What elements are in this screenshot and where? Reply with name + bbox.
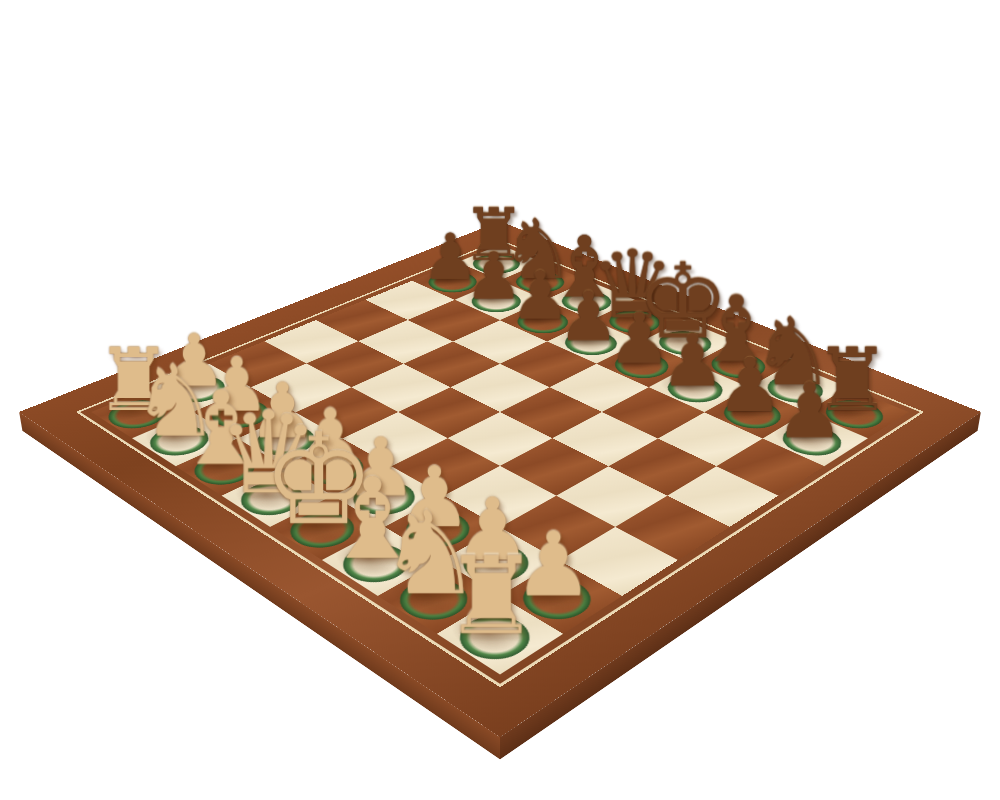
piece-black-pawn-h7: ♟	[732, 372, 887, 448]
photo-scene: ♜♞♝♛♚♝♞♜♟♟♟♟♟♟♟♟♟♟♟♟♟♟♟♟♜♞♝♛♚♝♞♜	[0, 0, 1000, 800]
maple-inlay-line: ♜♞♝♛♚♝♞♜♟♟♟♟♟♟♟♟♟♟♟♟♟♟♟♟♜♞♝♛♚♝♞♜	[76, 239, 925, 687]
piece-white-rook-h1: ♜	[398, 542, 585, 649]
cell-g5	[608, 438, 716, 495]
chess-board: ♜♞♝♛♚♝♞♜♟♟♟♟♟♟♟♟♟♟♟♟♟♟♟♟♜♞♝♛♚♝♞♜	[19, 221, 981, 737]
cell-h1: ♜	[437, 596, 564, 675]
board-grid: ♜♞♝♛♚♝♞♜♟♟♟♟♟♟♟♟♟♟♟♟♟♟♟♟♜♞♝♛♚♝♞♜	[91, 245, 908, 675]
